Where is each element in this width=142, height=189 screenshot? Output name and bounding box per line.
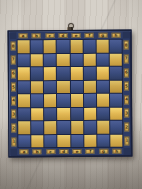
file-label-top-tile: g (98, 33, 107, 38)
file-label-bottom-tile: b (33, 149, 42, 154)
border-corner (10, 148, 17, 155)
square-h2[interactable] (110, 121, 122, 134)
file-label-top-tile: b (32, 33, 41, 38)
square-a8[interactable] (18, 40, 30, 53)
file-label-bottom: e (70, 148, 83, 155)
rank-label-right-tile: 7 (124, 55, 129, 64)
rank-label-right-tile: 3 (124, 109, 129, 118)
file-label-top-tile: e (72, 33, 81, 38)
rank-label-left-tile: 2 (11, 123, 16, 132)
rank-label-right-tile: 6 (124, 68, 129, 77)
file-label-bottom-tile: h (112, 149, 121, 154)
file-label-bottom: d (57, 148, 70, 155)
square-f2[interactable] (84, 121, 96, 134)
file-label-bottom-tile: c (46, 149, 55, 154)
rank-label-right: 5 (123, 79, 130, 93)
wall-background: aa88bb77cc66dd55ee44ff33gg22hh11 (0, 0, 142, 189)
square-e8[interactable] (70, 40, 82, 53)
rank-label-left: 8 (10, 39, 17, 53)
square-d2[interactable] (58, 121, 70, 134)
square-h7[interactable] (110, 53, 122, 66)
file-label-bottom: h (110, 148, 123, 155)
rank-label-left-tile: 1 (11, 137, 16, 146)
square-h3[interactable] (110, 107, 122, 120)
square-g1[interactable] (97, 134, 109, 147)
square-d3[interactable] (57, 108, 69, 121)
file-label-top: b (30, 32, 43, 39)
border-corner (10, 32, 17, 39)
square-d8[interactable] (57, 40, 69, 53)
rank-label-left-tile: 5 (11, 83, 16, 92)
square-a2[interactable] (18, 121, 30, 134)
rank-label-right: 4 (123, 93, 130, 107)
square-g3[interactable] (97, 107, 109, 120)
square-d7[interactable] (57, 54, 69, 67)
rank-label-left: 2 (10, 121, 17, 135)
file-label-top: c (43, 32, 56, 39)
rank-label-right: 3 (123, 107, 130, 121)
square-g6[interactable] (97, 67, 109, 80)
file-label-top-tile: h (111, 33, 120, 38)
square-g5[interactable] (97, 80, 109, 93)
rank-label-right-tile: 8 (124, 41, 129, 50)
square-e7[interactable] (70, 53, 82, 66)
rank-label-left: 6 (10, 67, 17, 81)
square-e3[interactable] (71, 107, 83, 120)
file-label-bottom: b (31, 148, 44, 155)
file-label-top: a (17, 32, 30, 39)
square-a1[interactable] (18, 135, 30, 148)
square-f3[interactable] (84, 107, 96, 120)
file-label-bottom: g (97, 148, 110, 155)
rank-label-left-tile: 4 (11, 96, 16, 105)
rank-label-right-tile: 2 (124, 123, 129, 132)
square-a5[interactable] (18, 81, 30, 94)
square-b3[interactable] (31, 108, 43, 121)
square-f1[interactable] (84, 134, 96, 147)
file-label-top: e (70, 32, 83, 39)
rank-label-right-tile: 5 (124, 82, 129, 91)
rank-label-right: 7 (123, 52, 130, 66)
rank-label-left-tile: 7 (11, 55, 16, 64)
file-label-bottom-tile: a (20, 149, 29, 154)
rank-label-left: 1 (10, 135, 17, 149)
rank-label-left-tile: 3 (11, 110, 16, 119)
file-label-bottom: f (84, 148, 97, 155)
file-label-top: d (56, 32, 69, 39)
rank-label-left: 3 (10, 107, 17, 121)
square-c5[interactable] (44, 81, 56, 94)
rank-label-left: 5 (10, 80, 17, 94)
square-d4[interactable] (57, 94, 69, 107)
square-c6[interactable] (44, 67, 56, 80)
square-c8[interactable] (44, 40, 56, 53)
square-b4[interactable] (31, 94, 43, 107)
square-f5[interactable] (84, 80, 96, 93)
square-a4[interactable] (18, 94, 30, 107)
rank-label-right: 2 (123, 120, 130, 134)
file-label-bottom-tile: f (86, 149, 95, 154)
square-c3[interactable] (44, 108, 56, 121)
square-c2[interactable] (44, 121, 56, 134)
square-g4[interactable] (97, 94, 109, 107)
rank-label-right: 8 (123, 39, 130, 53)
square-h1[interactable] (110, 134, 122, 147)
rank-label-left: 7 (10, 53, 17, 67)
square-h8[interactable] (110, 40, 122, 53)
rank-label-left-tile: 8 (11, 42, 16, 51)
square-g8[interactable] (96, 40, 108, 53)
chess-board: aa88bb77cc66dd55ee44ff33gg22hh11 (8, 30, 133, 158)
square-h4[interactable] (110, 94, 122, 107)
square-f8[interactable] (83, 40, 95, 53)
square-g7[interactable] (96, 53, 108, 66)
file-label-top: g (96, 32, 109, 39)
file-label-bottom-tile: d (59, 149, 68, 154)
square-g2[interactable] (97, 121, 109, 134)
square-c4[interactable] (44, 94, 56, 107)
square-d1[interactable] (58, 135, 70, 148)
file-label-top-tile: d (58, 33, 67, 38)
square-a7[interactable] (18, 54, 30, 67)
border-corner (123, 148, 130, 155)
square-a3[interactable] (18, 108, 30, 121)
file-label-bottom: a (17, 148, 30, 155)
square-b7[interactable] (31, 54, 43, 67)
board-border: aa88bb77cc66dd55ee44ff33gg22hh11 (10, 32, 131, 156)
square-h6[interactable] (110, 67, 122, 80)
square-b8[interactable] (31, 40, 43, 53)
rank-label-left: 4 (10, 94, 17, 108)
file-label-bottom-tile: e (73, 149, 82, 154)
rank-label-right-tile: 1 (124, 136, 129, 145)
rank-label-right: 1 (123, 134, 130, 148)
square-b2[interactable] (31, 121, 43, 134)
square-b5[interactable] (31, 81, 43, 94)
square-c1[interactable] (45, 135, 57, 148)
square-e5[interactable] (70, 80, 82, 93)
square-d6[interactable] (57, 67, 69, 80)
border-corner (123, 32, 130, 39)
file-label-top: f (83, 32, 96, 39)
file-label-bottom: c (44, 148, 57, 155)
square-b1[interactable] (31, 135, 43, 148)
square-a6[interactable] (18, 67, 30, 80)
square-e6[interactable] (70, 67, 82, 80)
square-f7[interactable] (83, 53, 95, 66)
square-f4[interactable] (84, 94, 96, 107)
square-e4[interactable] (71, 94, 83, 107)
rank-label-right: 6 (123, 66, 130, 80)
square-b6[interactable] (31, 67, 43, 80)
file-label-bottom-tile: g (99, 149, 108, 154)
file-label-top: h (109, 32, 122, 39)
file-label-top-tile: c (45, 33, 54, 38)
square-h5[interactable] (110, 80, 122, 93)
playing-area (17, 39, 124, 149)
rank-label-left-tile: 6 (11, 69, 16, 78)
file-label-top-tile: a (19, 33, 28, 38)
rank-label-right-tile: 4 (124, 95, 129, 104)
square-e2[interactable] (71, 121, 83, 134)
square-e1[interactable] (71, 134, 83, 147)
square-c7[interactable] (44, 54, 56, 67)
square-f6[interactable] (83, 67, 95, 80)
file-label-top-tile: f (85, 33, 94, 38)
square-d5[interactable] (57, 81, 69, 94)
